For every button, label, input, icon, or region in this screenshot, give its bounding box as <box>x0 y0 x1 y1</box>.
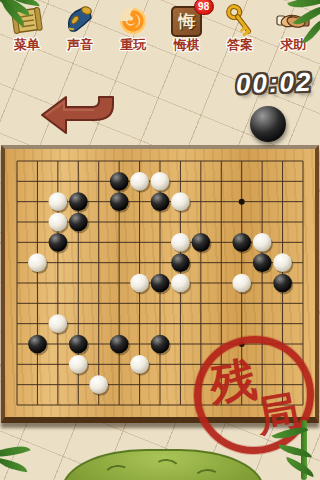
white-stone <box>273 253 292 272</box>
turn-indicator-stone <box>250 106 286 142</box>
black-stone <box>110 192 129 211</box>
white-stone <box>232 274 251 293</box>
undo-count-badge: 98 <box>194 0 214 15</box>
horn-icon <box>63 4 97 38</box>
white-stone <box>130 355 149 374</box>
sound-label: 声音 <box>67 38 93 52</box>
black-stone <box>110 335 129 354</box>
undo-label: 悔棋 <box>174 38 200 52</box>
back-button[interactable] <box>36 92 122 138</box>
black-stone <box>110 172 129 191</box>
white-stone <box>130 274 149 293</box>
replay-button[interactable]: 重玩 <box>108 4 158 52</box>
grass-mound <box>62 449 264 480</box>
bamboo-leaf <box>0 458 29 472</box>
black-stone <box>273 274 292 293</box>
white-stone <box>171 274 190 293</box>
answer-label: 答案 <box>227 38 253 52</box>
black-stone <box>232 233 251 252</box>
regret-tile-icon: 悔 98 <box>170 4 204 38</box>
answer-button[interactable]: 答案 <box>215 4 265 52</box>
white-stone <box>49 314 68 333</box>
replay-swirl-icon <box>116 4 150 38</box>
game-screen: 菜单 声音 重玩 <box>0 0 320 480</box>
black-stone <box>253 253 272 272</box>
black-stone <box>69 213 88 232</box>
white-stone <box>49 192 68 211</box>
bamboo-leaf <box>283 457 316 477</box>
toolbar: 菜单 声音 重玩 <box>0 0 320 62</box>
star-point <box>239 199 245 205</box>
stamp-char-1: 残 <box>207 355 259 407</box>
bamboo-leaf <box>278 445 313 458</box>
white-stone <box>253 233 272 252</box>
black-stone <box>151 335 170 354</box>
white-stone <box>151 172 170 191</box>
black-stone <box>49 233 68 252</box>
white-stone <box>49 213 68 232</box>
black-stone <box>151 192 170 211</box>
black-stone <box>69 192 88 211</box>
key-icon <box>223 4 257 38</box>
white-stone <box>171 192 190 211</box>
white-stone <box>28 253 47 272</box>
black-stone <box>69 335 88 354</box>
black-stone <box>192 233 211 252</box>
black-stone <box>171 253 190 272</box>
sound-button[interactable]: 声音 <box>55 4 105 52</box>
white-stone <box>89 375 108 394</box>
white-stone <box>171 233 190 252</box>
menu-label: 菜单 <box>14 38 40 52</box>
timer: 00:02 <box>235 67 313 101</box>
black-stone <box>151 274 170 293</box>
white-stone <box>130 172 149 191</box>
black-stone <box>28 335 47 354</box>
white-stone <box>69 355 88 374</box>
undo-button[interactable]: 悔 98 悔棋 <box>162 4 212 52</box>
replay-label: 重玩 <box>120 38 146 52</box>
